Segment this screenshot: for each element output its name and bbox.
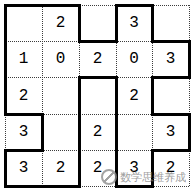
loop-edge-horizontal (115, 4, 154, 7)
cell-r3c1: 2 (7, 79, 40, 112)
clue-number: 3 (19, 160, 29, 176)
loop-edge-vertical (188, 40, 191, 79)
cell-r4c4 (118, 116, 150, 148)
loop-edge-vertical (4, 149, 7, 188)
loop-edge-vertical (41, 113, 44, 152)
cell-r1c2: 2 (44, 7, 77, 39)
cell-r4c5: 3 (154, 116, 187, 148)
slitherlink-board: 数学思维养成 23102032232332232 (0, 0, 194, 193)
clue-number: 0 (129, 51, 139, 67)
cell-r2c2: 0 (44, 43, 77, 75)
loop-edge-horizontal (115, 185, 154, 188)
watermark-logo-icon (101, 169, 117, 185)
watermark: 数学思维养成 (101, 169, 186, 185)
cell-r2c5: 3 (154, 43, 187, 75)
cell-r2c3: 2 (81, 43, 114, 75)
loop-edge-horizontal (4, 113, 44, 116)
watermark-text: 数学思维养成 (120, 170, 186, 185)
loop-edge-vertical (78, 76, 81, 188)
clue-number: 3 (129, 15, 139, 31)
loop-edge-horizontal (151, 149, 191, 152)
cell-r3c4: 2 (118, 79, 150, 112)
cell-r3c3 (81, 79, 114, 112)
cell-r3c2 (44, 79, 77, 112)
loop-edge-vertical (115, 4, 118, 43)
loop-edge-horizontal (4, 4, 81, 7)
clue-number: 2 (129, 88, 139, 104)
grid-line-vertical (189, 5, 190, 186)
loop-edge-vertical (151, 4, 154, 43)
grid-line-vertical (42, 5, 43, 186)
cell-r1c4: 3 (118, 7, 150, 39)
cell-r1c3 (81, 7, 114, 39)
clue-number: 2 (93, 51, 103, 67)
clue-number: 2 (56, 160, 66, 176)
cell-r1c5 (154, 7, 187, 39)
loop-edge-horizontal (4, 185, 81, 188)
loop-edge-vertical (78, 4, 81, 43)
cell-r5c2: 2 (44, 152, 77, 184)
cell-r5c1: 3 (7, 152, 40, 184)
loop-edge-horizontal (151, 76, 191, 79)
clue-number: 1 (19, 51, 29, 67)
clue-number: 3 (166, 124, 176, 140)
clue-number: 3 (166, 51, 176, 67)
clue-number: 0 (56, 51, 66, 67)
loop-edge-vertical (4, 4, 7, 116)
cell-r1c1 (7, 7, 40, 39)
loop-edge-horizontal (151, 113, 191, 116)
cell-r4c1: 3 (7, 116, 40, 148)
loop-edge-horizontal (78, 76, 118, 79)
cell-r3c5 (154, 79, 187, 112)
loop-edge-vertical (188, 113, 191, 152)
cell-r2c1: 1 (7, 43, 40, 75)
clue-number: 3 (19, 124, 29, 140)
clue-number: 2 (19, 88, 29, 104)
cell-r4c2 (44, 116, 77, 148)
loop-edge-horizontal (4, 149, 44, 152)
clue-number: 2 (93, 124, 103, 140)
cell-r2c4: 0 (118, 43, 150, 75)
clue-number: 2 (56, 15, 66, 31)
cell-r4c3: 2 (81, 116, 114, 148)
loop-edge-vertical (151, 76, 154, 116)
loop-edge-horizontal (151, 40, 191, 43)
loop-edge-horizontal (78, 40, 118, 43)
